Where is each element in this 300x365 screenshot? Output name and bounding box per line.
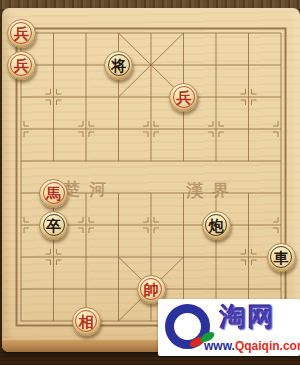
piece-glyph: 兵 — [14, 26, 29, 41]
xiangqi-app: 楚河 漢界 兵兵将兵馬卒炮車帥相 淘网 www.Qqaiqin.com — [0, 0, 300, 365]
piece-glyph: 馬 — [46, 186, 61, 201]
piece-glyph: 兵 — [176, 90, 191, 105]
piece-red-soldier-3[interactable]: 兵 — [169, 83, 198, 112]
piece-glyph: 帥 — [144, 282, 159, 297]
watermark-url: www.Qqaiqin.com — [204, 339, 300, 353]
piece-glyph: 炮 — [209, 218, 224, 233]
piece-red-soldier-1[interactable]: 兵 — [7, 19, 36, 48]
watermark: 淘网 www.Qqaiqin.com — [158, 299, 300, 356]
piece-red-horse[interactable]: 馬 — [39, 179, 68, 208]
piece-glyph: 卒 — [46, 218, 61, 233]
watermark-brand: 淘网 — [220, 303, 276, 332]
piece-glyph: 将 — [111, 58, 126, 73]
piece-black-cannon[interactable]: 炮 — [202, 211, 231, 240]
piece-red-soldier-2[interactable]: 兵 — [7, 51, 36, 80]
piece-black-chariot[interactable]: 車 — [267, 243, 296, 272]
piece-red-elephant[interactable]: 相 — [72, 307, 101, 336]
watermark-url-domain: Qqaiqin.com — [235, 339, 300, 353]
piece-glyph: 相 — [79, 314, 94, 329]
watermark-url-www: www. — [204, 339, 235, 353]
piece-glyph: 車 — [274, 250, 289, 265]
piece-black-general[interactable]: 将 — [104, 51, 133, 80]
piece-black-soldier[interactable]: 卒 — [39, 211, 68, 240]
piece-glyph: 兵 — [14, 58, 29, 73]
